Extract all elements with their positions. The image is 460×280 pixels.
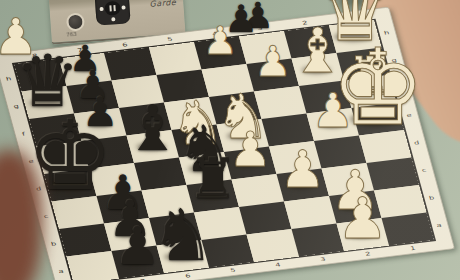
- scene: Garde 763 8765432187654321hgfedcbahgfedc…: [0, 0, 460, 280]
- piece-white-pawn-c3: ♟: [280, 144, 326, 195]
- piece-black-bishop-e6: ♝: [125, 96, 182, 159]
- pieces-layer: ♚♛♜♝♞♞♟♟♟♟♟♟♚♛♜♝♞♞♟♟♟♟♟♟♟♟♟♟: [0, 0, 460, 280]
- piece-white-pawn-e2: ♟: [311, 86, 354, 134]
- piece-black-pawn-a7: ♟: [114, 220, 161, 272]
- piece-white-pawn-g3: ♟: [254, 41, 292, 83]
- piece-white-pawn-h4: ♟: [203, 22, 238, 61]
- piece-white-pawn-a2: ♟: [337, 189, 388, 246]
